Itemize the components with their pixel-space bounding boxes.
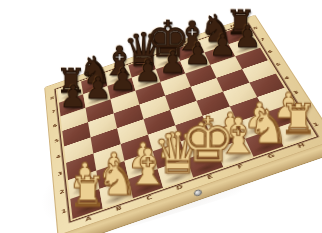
chess-board: ABCDEFGH ABCDEFGH 87654321 87654321 ♜♞♝♛… [45, 15, 322, 233]
latch-icon [193, 189, 203, 197]
chess-set-photo: ABCDEFGH ABCDEFGH 87654321 87654321 ♜♞♝♛… [0, 0, 322, 233]
